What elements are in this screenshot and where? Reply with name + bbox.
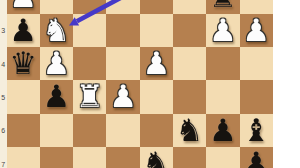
square-h3[interactable]: ♟ — [7, 14, 40, 47]
white-knight[interactable]: ♞ — [43, 14, 71, 47]
square-h4[interactable]: ♛ — [7, 47, 40, 80]
square-c6[interactable]: ♞ — [173, 114, 206, 147]
square-f5[interactable]: ♜ — [73, 80, 106, 113]
square-d3[interactable] — [140, 14, 173, 47]
square-a7[interactable]: ♟ — [240, 147, 273, 168]
square-h7[interactable] — [7, 147, 40, 168]
black-pawn[interactable]: ♟ — [242, 147, 270, 168]
square-d7[interactable]: ♞ — [140, 147, 173, 168]
page-right-margin — [273, 0, 300, 168]
black-knight[interactable]: ♞ — [142, 147, 170, 168]
black-pawn[interactable]: ♟ — [43, 80, 71, 113]
square-g7[interactable] — [40, 147, 73, 168]
square-d2[interactable] — [140, 0, 173, 14]
square-a4[interactable] — [240, 47, 273, 80]
square-d4[interactable]: ♟ — [140, 47, 173, 80]
square-c7[interactable] — [173, 147, 206, 168]
white-pawn[interactable]: ♟ — [209, 14, 237, 47]
white-pawn[interactable]: ♟ — [109, 80, 137, 113]
square-g5[interactable]: ♟ — [40, 80, 73, 113]
square-b3[interactable]: ♟ — [206, 14, 239, 47]
square-d5[interactable] — [140, 80, 173, 113]
square-f4[interactable] — [73, 47, 106, 80]
square-e5[interactable]: ♟ — [106, 80, 139, 113]
square-g4[interactable]: ♟ — [40, 47, 73, 80]
square-c5[interactable] — [173, 80, 206, 113]
chess-board: ♟♜♟♞♟♟♛♟♟♟♜♟♞♟♝♞♟ — [7, 0, 273, 168]
square-b7[interactable] — [206, 147, 239, 168]
square-b4[interactable] — [206, 47, 239, 80]
chess-board-viewport: 34567 ♟♜♟♞♟♟♛♟♟♟♜♟♞♟♝♞♟ — [0, 0, 300, 168]
square-f3[interactable] — [73, 14, 106, 47]
square-f7[interactable] — [73, 147, 106, 168]
square-e7[interactable] — [106, 147, 139, 168]
square-d6[interactable] — [140, 114, 173, 147]
square-e4[interactable] — [106, 47, 139, 80]
black-queen[interactable]: ♛ — [9, 47, 37, 80]
square-g3[interactable]: ♞ — [40, 14, 73, 47]
square-c3[interactable] — [173, 14, 206, 47]
white-pawn[interactable]: ♟ — [43, 47, 71, 80]
square-g6[interactable] — [40, 114, 73, 147]
black-knight[interactable]: ♞ — [176, 114, 204, 147]
square-f2[interactable] — [73, 0, 106, 14]
square-a6[interactable]: ♝ — [240, 114, 273, 147]
white-pawn[interactable]: ♟ — [142, 47, 170, 80]
square-b6[interactable]: ♟ — [206, 114, 239, 147]
black-bishop[interactable]: ♝ — [242, 114, 270, 147]
square-a3[interactable]: ♟ — [240, 14, 273, 47]
white-rook[interactable]: ♜ — [76, 80, 104, 113]
white-pawn[interactable]: ♟ — [242, 14, 270, 47]
square-c4[interactable] — [173, 47, 206, 80]
square-e6[interactable] — [106, 114, 139, 147]
square-a5[interactable] — [240, 80, 273, 113]
square-b5[interactable] — [206, 80, 239, 113]
black-pawn[interactable]: ♟ — [209, 114, 237, 147]
square-e3[interactable] — [106, 14, 139, 47]
square-h5[interactable] — [7, 80, 40, 113]
square-c2[interactable] — [173, 0, 206, 14]
square-f6[interactable] — [73, 114, 106, 147]
square-e2[interactable] — [106, 0, 139, 14]
black-pawn[interactable]: ♟ — [9, 14, 37, 47]
square-h6[interactable] — [7, 114, 40, 147]
